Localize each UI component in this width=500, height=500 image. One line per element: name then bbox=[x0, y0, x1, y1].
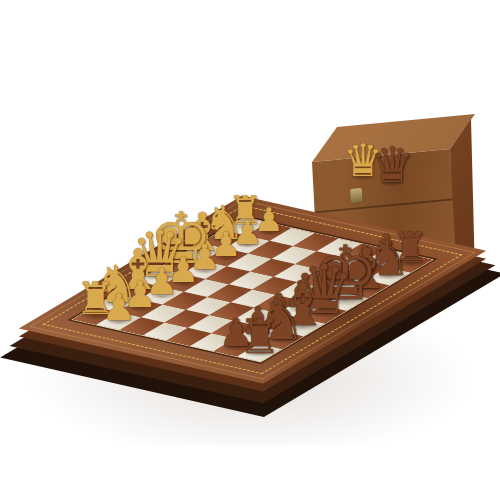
pawn-glyph: ♟ bbox=[102, 289, 136, 326]
queen-glyph: ♛ bbox=[370, 141, 414, 190]
pieces-layer: ♜♞♝♛♚♝♞♜♟♟♟♟♟♟♟♟♟♟♟♟♟♟♟♟♜♞♝♛♚♝♞♜♛♛ bbox=[0, 0, 500, 500]
scene: ♜♞♝♛♚♝♞♜♟♟♟♟♟♟♟♟♟♟♟♟♟♟♟♟♜♞♝♛♚♝♞♜♛♛ bbox=[0, 0, 500, 500]
rook-glyph: ♜ bbox=[238, 312, 280, 359]
